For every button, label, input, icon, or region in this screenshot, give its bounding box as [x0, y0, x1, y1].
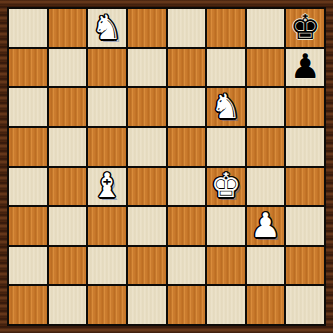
square-b7[interactable]	[49, 49, 87, 87]
square-f3[interactable]	[207, 207, 245, 245]
chess-board-frame: ♞♚♟♞♝♚♟	[0, 0, 333, 333]
square-b2[interactable]	[49, 247, 87, 285]
square-b8[interactable]	[49, 9, 87, 47]
square-b4[interactable]	[49, 168, 87, 206]
square-d2[interactable]	[128, 247, 166, 285]
square-d7[interactable]	[128, 49, 166, 87]
square-h5[interactable]	[286, 128, 324, 166]
square-f5[interactable]	[207, 128, 245, 166]
piece-white-knight[interactable]: ♞	[211, 89, 241, 123]
square-g8[interactable]	[247, 9, 285, 47]
square-e8[interactable]	[168, 9, 206, 47]
square-e7[interactable]	[168, 49, 206, 87]
square-h3[interactable]	[286, 207, 324, 245]
square-c4[interactable]: ♝	[88, 168, 126, 206]
square-g1[interactable]	[247, 286, 285, 324]
square-g4[interactable]	[247, 168, 285, 206]
piece-white-king[interactable]: ♚	[211, 168, 241, 202]
square-e1[interactable]	[168, 286, 206, 324]
square-g5[interactable]	[247, 128, 285, 166]
square-g3[interactable]: ♟	[247, 207, 285, 245]
square-g6[interactable]	[247, 88, 285, 126]
square-e6[interactable]	[168, 88, 206, 126]
square-h2[interactable]	[286, 247, 324, 285]
square-d1[interactable]	[128, 286, 166, 324]
square-c7[interactable]	[88, 49, 126, 87]
square-h7[interactable]: ♟	[286, 49, 324, 87]
piece-white-pawn[interactable]: ♟	[250, 208, 280, 242]
piece-black-king[interactable]: ♚	[290, 10, 320, 44]
square-a8[interactable]	[9, 9, 47, 47]
square-c8[interactable]: ♞	[88, 9, 126, 47]
piece-black-pawn[interactable]: ♟	[290, 49, 320, 83]
square-c6[interactable]	[88, 88, 126, 126]
square-f7[interactable]	[207, 49, 245, 87]
square-d3[interactable]	[128, 207, 166, 245]
square-b6[interactable]	[49, 88, 87, 126]
square-e3[interactable]	[168, 207, 206, 245]
square-c1[interactable]	[88, 286, 126, 324]
square-h8[interactable]: ♚	[286, 9, 324, 47]
square-d6[interactable]	[128, 88, 166, 126]
square-c2[interactable]	[88, 247, 126, 285]
square-h4[interactable]	[286, 168, 324, 206]
square-a3[interactable]	[9, 207, 47, 245]
square-g2[interactable]	[247, 247, 285, 285]
square-h1[interactable]	[286, 286, 324, 324]
square-f1[interactable]	[207, 286, 245, 324]
piece-white-knight[interactable]: ♞	[92, 10, 122, 44]
square-f2[interactable]	[207, 247, 245, 285]
square-d5[interactable]	[128, 128, 166, 166]
square-a1[interactable]	[9, 286, 47, 324]
square-a5[interactable]	[9, 128, 47, 166]
square-f6[interactable]: ♞	[207, 88, 245, 126]
square-f4[interactable]: ♚	[207, 168, 245, 206]
square-a4[interactable]	[9, 168, 47, 206]
square-g7[interactable]	[247, 49, 285, 87]
square-h6[interactable]	[286, 88, 324, 126]
square-a6[interactable]	[9, 88, 47, 126]
square-c3[interactable]	[88, 207, 126, 245]
square-e2[interactable]	[168, 247, 206, 285]
square-e4[interactable]	[168, 168, 206, 206]
square-e5[interactable]	[168, 128, 206, 166]
square-b5[interactable]	[49, 128, 87, 166]
square-b1[interactable]	[49, 286, 87, 324]
board-outline: ♞♚♟♞♝♚♟	[7, 7, 326, 326]
chess-board: ♞♚♟♞♝♚♟	[9, 9, 324, 324]
square-f8[interactable]	[207, 9, 245, 47]
square-d8[interactable]	[128, 9, 166, 47]
square-d4[interactable]	[128, 168, 166, 206]
piece-white-bishop[interactable]: ♝	[92, 168, 122, 202]
square-a7[interactable]	[9, 49, 47, 87]
square-a2[interactable]	[9, 247, 47, 285]
square-c5[interactable]	[88, 128, 126, 166]
square-b3[interactable]	[49, 207, 87, 245]
